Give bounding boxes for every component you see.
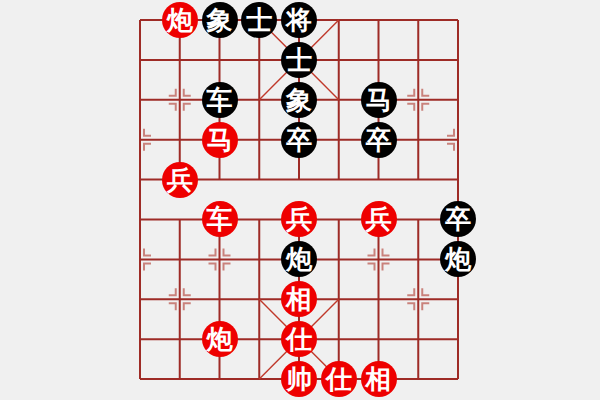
board-point-4-9: 帅 (279, 359, 319, 399)
board-point-4-0: 将 (279, 0, 319, 40)
piece-black-cannon[interactable]: 炮 (281, 241, 317, 277)
piece-red-soldier[interactable]: 兵 (361, 201, 397, 237)
board-point-4-1: 士 (279, 40, 319, 80)
piece-red-chariot[interactable]: 车 (202, 201, 238, 237)
piece-black-soldier[interactable]: 卒 (440, 201, 476, 237)
board-point-6-9: 相 (359, 359, 399, 399)
board-point-6-2: 马 (359, 80, 399, 120)
piece-red-general[interactable]: 帅 (281, 361, 317, 397)
board-point-8-5: 卒 (438, 200, 478, 240)
piece-red-advisor[interactable]: 仕 (281, 321, 317, 357)
piece-red-cannon[interactable]: 炮 (202, 321, 238, 357)
piece-red-elephant[interactable]: 相 (281, 281, 317, 317)
piece-red-elephant[interactable]: 相 (361, 361, 397, 397)
board-point-1-4: 兵 (160, 160, 200, 200)
piece-black-elephant[interactable]: 象 (202, 2, 238, 38)
piece-black-general[interactable]: 将 (281, 2, 317, 38)
board-point-2-0: 象 (200, 0, 240, 40)
board-point-8-6: 炮 (438, 239, 478, 279)
piece-red-horse[interactable]: 马 (202, 122, 238, 158)
piece-black-chariot[interactable]: 车 (202, 82, 238, 118)
xiangqi-board: 炮象士将士车象马马卒卒兵车兵兵卒炮炮相炮仕帅仕相 (0, 0, 600, 400)
piece-black-advisor[interactable]: 士 (281, 42, 317, 78)
board-point-6-5: 兵 (359, 200, 399, 240)
piece-red-cannon[interactable]: 炮 (162, 2, 198, 38)
piece-red-advisor[interactable]: 仕 (321, 361, 357, 397)
board-point-2-2: 车 (200, 80, 240, 120)
board-grid: 炮象士将士车象马马卒卒兵车兵兵卒炮炮相炮仕帅仕相 (120, 0, 478, 399)
board-point-4-5: 兵 (279, 200, 319, 240)
board-point-1-0: 炮 (160, 0, 200, 40)
board-point-5-9: 仕 (319, 359, 359, 399)
board-point-4-2: 象 (279, 80, 319, 120)
piece-black-horse[interactable]: 马 (361, 82, 397, 118)
piece-black-soldier[interactable]: 卒 (361, 122, 397, 158)
board-point-6-3: 卒 (359, 120, 399, 160)
piece-black-cannon[interactable]: 炮 (440, 241, 476, 277)
piece-black-soldier[interactable]: 卒 (281, 122, 317, 158)
board-point-4-8: 仕 (279, 319, 319, 359)
board-point-2-3: 马 (200, 120, 240, 160)
board-point-4-6: 炮 (279, 239, 319, 279)
piece-black-elephant[interactable]: 象 (281, 82, 317, 118)
piece-red-soldier[interactable]: 兵 (281, 201, 317, 237)
piece-black-advisor[interactable]: 士 (241, 2, 277, 38)
board-point-2-5: 车 (200, 200, 240, 240)
board-point-4-3: 卒 (279, 120, 319, 160)
piece-red-soldier[interactable]: 兵 (162, 162, 198, 198)
board-point-2-8: 炮 (200, 319, 240, 359)
board-point-3-0: 士 (239, 0, 279, 40)
board-point-4-7: 相 (279, 279, 319, 319)
